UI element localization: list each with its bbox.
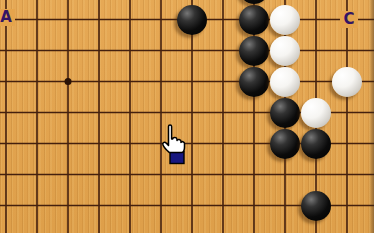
stone-black: [239, 67, 269, 97]
star-point: [65, 78, 72, 85]
stone-black: [270, 98, 300, 128]
board-right-edge-shade: [369, 0, 374, 233]
cursor-hand: [163, 125, 185, 153]
stone-white: [332, 67, 362, 97]
stone-black: [239, 5, 269, 35]
stone-black: [239, 36, 269, 66]
stone-black: [301, 129, 331, 159]
stone-white: [270, 67, 300, 97]
stone-black: [177, 5, 207, 35]
board-label-c[interactable]: C: [340, 11, 358, 28]
stone-white: [301, 98, 331, 128]
go-board[interactable]: A C: [0, 0, 374, 233]
stone-white: [270, 5, 300, 35]
board-label-a[interactable]: A: [0, 9, 15, 26]
stone-black: [301, 191, 331, 221]
hand-cursor-icon: [157, 123, 197, 169]
stone-black: [270, 129, 300, 159]
stone-white: [270, 36, 300, 66]
